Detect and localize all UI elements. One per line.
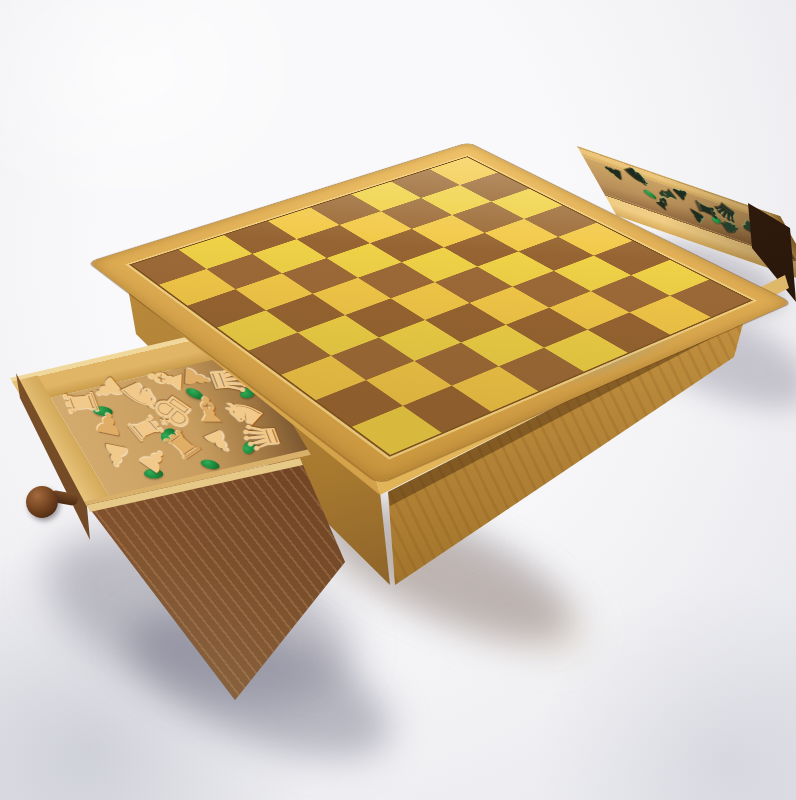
piece-pawn-icon: ♟ — [100, 438, 133, 472]
scene: ♟♞♝♟♜♛♟♚♝♟♞♟ ♜♟♞♝♟♛♟♜♚♝♞♟♟♜♟♛ — [0, 0, 796, 800]
felt-pad — [201, 458, 220, 471]
piece-queen-icon: ♛ — [234, 418, 291, 454]
drawer-knob — [26, 486, 58, 518]
vignette — [0, 0, 340, 230]
